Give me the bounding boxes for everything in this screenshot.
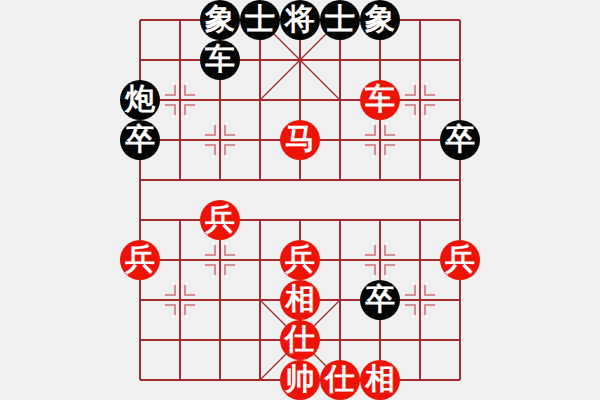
piece-glyph: 象: [365, 4, 395, 34]
red-chariot[interactable]: 车: [360, 80, 400, 120]
piece-glyph: 兵: [205, 204, 235, 234]
piece-glyph: 象: [205, 4, 235, 34]
piece-layer: 象士将士象车炮车卒马卒兵兵兵兵相卒仕帅仕相: [120, 0, 480, 400]
red-general[interactable]: 帅: [280, 360, 320, 400]
piece-glyph: 兵: [285, 244, 315, 274]
red-advisor[interactable]: 仕: [280, 320, 320, 360]
piece-glyph: 士: [325, 4, 355, 34]
black-elephant[interactable]: 象: [200, 0, 240, 40]
black-cannon[interactable]: 炮: [120, 80, 160, 120]
piece-glyph: 士: [245, 4, 275, 34]
black-elephant[interactable]: 象: [360, 0, 400, 40]
black-general[interactable]: 将: [280, 0, 320, 40]
piece-glyph: 帅: [285, 364, 315, 394]
piece-glyph: 卒: [365, 284, 395, 314]
piece-glyph: 兵: [125, 244, 155, 274]
piece-glyph: 相: [365, 364, 395, 394]
piece-glyph: 车: [205, 44, 235, 74]
red-elephant[interactable]: 相: [280, 280, 320, 320]
piece-glyph: 卒: [445, 124, 475, 154]
red-elephant[interactable]: 相: [360, 360, 400, 400]
black-advisor[interactable]: 士: [320, 0, 360, 40]
piece-glyph: 卒: [125, 124, 155, 154]
black-pawn[interactable]: 卒: [360, 280, 400, 320]
red-horse[interactable]: 马: [280, 120, 320, 160]
red-pawn[interactable]: 兵: [120, 240, 160, 280]
black-advisor[interactable]: 士: [240, 0, 280, 40]
piece-glyph: 仕: [285, 324, 315, 354]
piece-glyph: 仕: [325, 364, 355, 394]
black-pawn[interactable]: 卒: [120, 120, 160, 160]
piece-glyph: 马: [285, 124, 315, 154]
piece-glyph: 兵: [445, 244, 475, 274]
red-pawn[interactable]: 兵: [280, 240, 320, 280]
xiangqi-board: 象士将士象车炮车卒马卒兵兵兵兵相卒仕帅仕相: [0, 0, 600, 400]
piece-glyph: 炮: [125, 84, 155, 114]
piece-glyph: 车: [365, 84, 395, 114]
black-chariot[interactable]: 车: [200, 40, 240, 80]
red-pawn[interactable]: 兵: [440, 240, 480, 280]
black-pawn[interactable]: 卒: [440, 120, 480, 160]
red-pawn[interactable]: 兵: [200, 200, 240, 240]
piece-glyph: 相: [285, 284, 315, 314]
piece-glyph: 将: [285, 4, 315, 34]
red-advisor[interactable]: 仕: [320, 360, 360, 400]
